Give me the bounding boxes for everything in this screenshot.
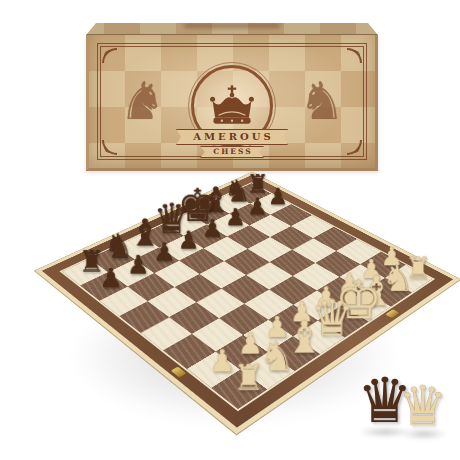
clasp-front-left [171,367,187,378]
corner-flourish-icon [102,48,117,63]
white-rook-a1: ♜ [229,360,269,396]
square-h4 [313,227,357,251]
product-photo: ♞ ♞ [0,0,460,460]
black-pawn-a7: ♟ [94,265,128,291]
box-lid-print [184,23,280,28]
spare-light-queen: ♛ [398,379,447,434]
box-lid-top [86,23,378,35]
corner-flourish-icon [347,48,362,63]
